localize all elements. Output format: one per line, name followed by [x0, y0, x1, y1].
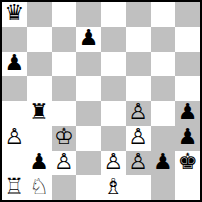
square-c4[interactable] — [52, 101, 77, 126]
square-c5[interactable] — [52, 76, 77, 101]
square-c2[interactable]: ♙ — [52, 151, 77, 176]
square-h4[interactable]: ♟ — [175, 101, 200, 126]
square-e8[interactable] — [101, 2, 126, 27]
square-a3[interactable]: ♙ — [2, 126, 27, 151]
square-h3[interactable]: ♟ — [175, 126, 200, 151]
square-g6[interactable] — [151, 52, 176, 77]
square-f4[interactable]: ♙ — [126, 101, 151, 126]
square-b6[interactable] — [27, 52, 52, 77]
square-e5[interactable] — [101, 76, 126, 101]
black-pawn[interactable]: ♟ — [79, 27, 99, 49]
square-b3[interactable] — [27, 126, 52, 151]
square-e7[interactable] — [101, 27, 126, 52]
square-c7[interactable] — [52, 27, 77, 52]
white-pawn[interactable]: ♙ — [104, 151, 124, 173]
square-e4[interactable] — [101, 101, 126, 126]
square-b7[interactable] — [27, 27, 52, 52]
square-f5[interactable] — [126, 76, 151, 101]
square-d3[interactable] — [76, 126, 101, 151]
square-a2[interactable] — [2, 151, 27, 176]
square-d4[interactable] — [76, 101, 101, 126]
square-a8[interactable]: ♛ — [2, 2, 27, 27]
square-b1[interactable]: ♘ — [27, 175, 52, 200]
square-h7[interactable] — [175, 27, 200, 52]
chess-board: ♛♟♟♜♙♟♙♔♙♟♟♙♙♙♟♚♖♘♗ — [0, 0, 202, 202]
square-h1[interactable] — [175, 175, 200, 200]
square-d2[interactable] — [76, 151, 101, 176]
square-f6[interactable] — [126, 52, 151, 77]
square-g5[interactable] — [151, 76, 176, 101]
square-e6[interactable] — [101, 52, 126, 77]
square-b2[interactable]: ♟ — [27, 151, 52, 176]
white-rook[interactable]: ♖ — [5, 176, 25, 198]
white-pawn[interactable]: ♙ — [5, 126, 25, 148]
square-g4[interactable] — [151, 101, 176, 126]
black-pawn[interactable]: ♟ — [153, 151, 173, 173]
white-pawn[interactable]: ♙ — [128, 126, 148, 148]
white-pawn[interactable]: ♙ — [128, 151, 148, 173]
square-d6[interactable] — [76, 52, 101, 77]
square-g2[interactable]: ♟ — [151, 151, 176, 176]
white-pawn[interactable]: ♙ — [54, 151, 74, 173]
square-a7[interactable] — [2, 27, 27, 52]
square-g8[interactable] — [151, 2, 176, 27]
black-queen[interactable]: ♛ — [5, 2, 25, 24]
square-f7[interactable] — [126, 27, 151, 52]
white-pawn[interactable]: ♙ — [128, 101, 148, 123]
black-pawn[interactable]: ♟ — [178, 126, 198, 148]
square-g3[interactable] — [151, 126, 176, 151]
square-e2[interactable]: ♙ — [101, 151, 126, 176]
square-c8[interactable] — [52, 2, 77, 27]
square-e1[interactable]: ♗ — [101, 175, 126, 200]
square-h6[interactable] — [175, 52, 200, 77]
black-king[interactable]: ♚ — [178, 151, 198, 173]
square-c1[interactable] — [52, 175, 77, 200]
square-a4[interactable] — [2, 101, 27, 126]
square-g1[interactable] — [151, 175, 176, 200]
square-h5[interactable] — [175, 76, 200, 101]
square-h2[interactable]: ♚ — [175, 151, 200, 176]
square-c6[interactable] — [52, 52, 77, 77]
white-bishop[interactable]: ♗ — [104, 176, 124, 198]
square-g7[interactable] — [151, 27, 176, 52]
square-d5[interactable] — [76, 76, 101, 101]
square-h8[interactable] — [175, 2, 200, 27]
square-f3[interactable]: ♙ — [126, 126, 151, 151]
white-king[interactable]: ♔ — [54, 126, 74, 148]
square-a5[interactable] — [2, 76, 27, 101]
square-d8[interactable] — [76, 2, 101, 27]
square-e3[interactable] — [101, 126, 126, 151]
square-f1[interactable] — [126, 175, 151, 200]
square-f8[interactable] — [126, 2, 151, 27]
square-d7[interactable]: ♟ — [76, 27, 101, 52]
black-pawn[interactable]: ♟ — [178, 101, 198, 123]
square-b4[interactable]: ♜ — [27, 101, 52, 126]
square-a6[interactable]: ♟ — [2, 52, 27, 77]
black-rook[interactable]: ♜ — [29, 101, 49, 123]
square-a1[interactable]: ♖ — [2, 175, 27, 200]
white-knight[interactable]: ♘ — [29, 176, 49, 198]
square-d1[interactable] — [76, 175, 101, 200]
black-pawn[interactable]: ♟ — [5, 52, 25, 74]
square-b5[interactable] — [27, 76, 52, 101]
black-pawn[interactable]: ♟ — [29, 151, 49, 173]
square-f2[interactable]: ♙ — [126, 151, 151, 176]
square-b8[interactable] — [27, 2, 52, 27]
square-c3[interactable]: ♔ — [52, 126, 77, 151]
